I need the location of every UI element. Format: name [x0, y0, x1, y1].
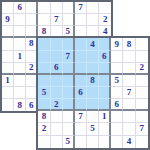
cell-r1-c9[interactable]	[99, 2, 111, 14]
given-digit: 7	[78, 112, 83, 121]
cell-r10-c5[interactable]	[51, 111, 63, 123]
cell-r8-c12[interactable]	[136, 87, 148, 99]
given-digit: 2	[29, 63, 34, 72]
given-digit: 2	[139, 63, 144, 72]
cell-r11-c8[interactable]: 5	[87, 123, 99, 135]
given-digit: 6	[29, 101, 34, 110]
cell-r5-c7[interactable]	[75, 51, 87, 63]
cell-r10-c4[interactable]: 8	[38, 111, 50, 123]
cell-r9-c7[interactable]	[75, 99, 87, 111]
given-digit: 6	[115, 100, 120, 109]
cell-r4-c10[interactable]: 9	[111, 38, 123, 50]
cell-r12-c7[interactable]	[75, 136, 87, 148]
given-digit: 8	[42, 112, 47, 121]
given-digit: 1	[102, 112, 107, 121]
cell-r4-c12[interactable]	[136, 38, 148, 50]
cell-r1-c1[interactable]	[2, 2, 14, 14]
cell-r6-c12[interactable]: 2	[136, 63, 148, 75]
cell-r9-c11[interactable]	[123, 99, 135, 111]
given-digit: 7	[66, 52, 71, 61]
cell-r6-c5[interactable]: 6	[51, 63, 63, 75]
cell-r2-c5[interactable]: 7	[51, 14, 63, 26]
given-digit: 8	[90, 76, 95, 85]
cell-r4-c8[interactable]: 4	[87, 38, 99, 50]
given-digit: 8	[127, 40, 132, 49]
given-digit: 7	[139, 124, 144, 133]
given-digit: 5	[66, 137, 71, 146]
cell-r4-c6[interactable]	[63, 38, 75, 50]
cell-r9-c9[interactable]	[99, 99, 111, 111]
cell-r8-c11[interactable]: 7	[123, 87, 135, 99]
cell-r8-c4[interactable]: 5	[38, 87, 50, 99]
cell-r9-c10[interactable]: 6	[111, 99, 123, 111]
cell-r7-c8[interactable]: 8	[87, 75, 99, 87]
given-digit: 2	[42, 124, 47, 133]
cell-r12-c8[interactable]	[87, 136, 99, 148]
cell-r1-c6[interactable]	[63, 2, 75, 14]
cell-r7-c5[interactable]	[51, 75, 63, 87]
cell-r6-c7[interactable]	[75, 63, 87, 75]
cell-r12-c12[interactable]	[136, 136, 148, 148]
cell-r3-c1[interactable]	[2, 26, 14, 38]
cell-r7-c4[interactable]	[38, 75, 50, 87]
cell-r10-c12[interactable]	[136, 111, 148, 123]
cell-r5-c6[interactable]: 7	[63, 51, 75, 63]
cell-r8-c5[interactable]	[51, 87, 63, 99]
cell-r5-c10[interactable]	[111, 51, 123, 63]
given-digit: 1	[17, 52, 22, 61]
cell-r7-c2[interactable]	[14, 75, 26, 87]
cell-r11-c5[interactable]	[51, 123, 63, 135]
cell-r6-c8[interactable]	[87, 63, 99, 75]
cell-r7-c11[interactable]	[123, 75, 135, 87]
cell-r6-c1[interactable]	[2, 63, 14, 75]
given-digit: 5	[66, 27, 71, 36]
given-digit: 4	[127, 137, 132, 146]
cell-r5-c11[interactable]	[123, 51, 135, 63]
cell-r12-c10[interactable]	[111, 136, 123, 148]
cell-r1-c4[interactable]	[38, 2, 50, 14]
cell-r6-c2[interactable]	[14, 63, 26, 75]
cell-r8-c9[interactable]	[99, 87, 111, 99]
given-digit: 6	[102, 52, 107, 61]
cell-r9-c6[interactable]	[63, 99, 75, 111]
cell-r1-c5[interactable]	[51, 2, 63, 14]
cell-r2-c7[interactable]	[75, 14, 87, 26]
cell-r10-c7[interactable]: 7	[75, 111, 87, 123]
cell-r8-c6[interactable]	[63, 87, 75, 99]
cell-r5-c1[interactable]	[2, 51, 14, 63]
given-digit: 2	[54, 100, 59, 109]
given-digit: 5	[115, 76, 120, 85]
cell-r10-c10[interactable]	[111, 111, 123, 123]
cell-r9-c8[interactable]	[87, 99, 99, 111]
cell-r9-c12[interactable]	[136, 99, 148, 111]
cell-r11-c12[interactable]: 7	[136, 123, 148, 135]
cell-r9-c2[interactable]: 8	[14, 99, 26, 111]
given-digit: 9	[5, 15, 10, 24]
twin-sudoku-board: 6797285484176261856862 49876628556726871…	[0, 0, 150, 150]
cell-r1-c3[interactable]	[26, 2, 38, 14]
cell-r6-c11[interactable]	[123, 63, 135, 75]
cell-r6-c4[interactable]	[38, 63, 50, 75]
cell-r10-c8[interactable]	[87, 111, 99, 123]
cell-r8-c8[interactable]	[87, 87, 99, 99]
cell-r5-c12[interactable]	[136, 51, 148, 63]
given-digit: 4	[103, 27, 108, 36]
cell-r2-c4[interactable]	[38, 14, 50, 26]
cell-r11-c9[interactable]	[99, 123, 111, 135]
cell-r4-c7[interactable]	[75, 38, 87, 50]
cell-r11-c6[interactable]	[63, 123, 75, 135]
cell-r9-c4[interactable]	[38, 99, 50, 111]
given-digit: 1	[5, 76, 10, 85]
given-digit: 8	[29, 39, 34, 48]
given-digit: 7	[78, 3, 83, 12]
cell-r5-c8[interactable]	[87, 51, 99, 63]
cell-r12-c5[interactable]	[51, 136, 63, 148]
given-digit: 6	[78, 88, 83, 97]
given-digit: 5	[42, 88, 47, 97]
cell-r5-c9[interactable]: 6	[99, 51, 111, 63]
given-digit: 8	[17, 101, 22, 110]
cell-r12-c11[interactable]: 4	[123, 136, 135, 148]
cell-r6-c9[interactable]	[99, 63, 111, 75]
cell-r5-c2[interactable]: 1	[14, 51, 26, 63]
cell-r1-c7[interactable]: 7	[75, 2, 87, 14]
cell-r2-c1[interactable]: 9	[2, 14, 14, 26]
cell-r10-c6[interactable]	[63, 111, 75, 123]
cell-r11-c10[interactable]	[111, 123, 123, 135]
cell-r2-c2[interactable]	[14, 14, 26, 26]
cell-r5-c4[interactable]	[38, 51, 50, 63]
cell-r8-c2[interactable]	[14, 87, 26, 99]
cell-r9-c1[interactable]	[2, 99, 14, 111]
cell-r6-c10[interactable]	[111, 63, 123, 75]
cell-r7-c9[interactable]	[99, 75, 111, 87]
given-digit: 2	[103, 15, 108, 24]
cell-r7-c10[interactable]: 5	[111, 75, 123, 87]
cell-r8-c1[interactable]	[2, 87, 14, 99]
given-digit: 5	[90, 124, 95, 133]
cell-r2-c9[interactable]: 2	[99, 14, 111, 26]
cell-r4-c1[interactable]	[2, 38, 14, 50]
cell-r12-c4[interactable]	[38, 136, 50, 148]
cell-r12-c6[interactable]: 5	[63, 136, 75, 148]
cell-r7-c6[interactable]	[63, 75, 75, 87]
cell-r7-c1[interactable]: 1	[2, 75, 14, 87]
given-digit: 7	[54, 15, 59, 24]
cell-r6-c6[interactable]	[63, 63, 75, 75]
given-digit: 7	[127, 88, 132, 97]
cell-r10-c9[interactable]: 1	[99, 111, 111, 123]
cell-r12-c9[interactable]	[99, 136, 111, 148]
cell-r1-c2[interactable]: 6	[14, 2, 26, 14]
cell-r5-c5[interactable]	[51, 51, 63, 63]
sudoku-grid-2: 4987662855672687125754	[36, 36, 149, 149]
cell-r8-c10[interactable]	[111, 87, 123, 99]
cell-r3-c2[interactable]	[14, 26, 26, 38]
cell-r10-c11[interactable]	[123, 111, 135, 123]
given-digit: 9	[115, 40, 120, 49]
cell-r4-c4[interactable]	[38, 38, 50, 50]
cell-r4-c2[interactable]	[14, 38, 26, 50]
given-digit: 6	[54, 63, 59, 72]
given-digit: 6	[17, 3, 22, 12]
cell-r11-c7[interactable]	[75, 123, 87, 135]
cell-r2-c3[interactable]	[26, 14, 38, 26]
given-digit: 8	[42, 27, 47, 36]
cell-r2-c6[interactable]	[63, 14, 75, 26]
cell-r11-c11[interactable]	[123, 123, 135, 135]
cell-r4-c11[interactable]: 8	[123, 38, 135, 50]
cell-r7-c7[interactable]	[75, 75, 87, 87]
cell-r9-c5[interactable]: 2	[51, 99, 63, 111]
cell-r7-c12[interactable]	[136, 75, 148, 87]
cell-r4-c5[interactable]	[51, 38, 63, 50]
cell-r4-c9[interactable]	[99, 38, 111, 50]
cell-r1-c8[interactable]	[87, 2, 99, 14]
cell-r11-c4[interactable]: 2	[38, 123, 50, 135]
cell-r2-c8[interactable]	[87, 14, 99, 26]
cell-r8-c7[interactable]: 6	[75, 87, 87, 99]
given-digit: 4	[90, 40, 95, 49]
